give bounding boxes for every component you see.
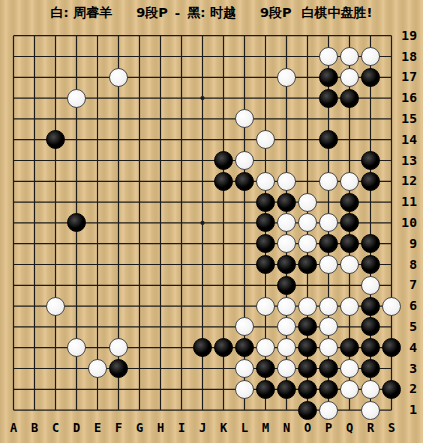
intersection[interactable] <box>339 212 360 233</box>
intersection[interactable] <box>276 379 297 400</box>
intersection[interactable] <box>129 192 150 213</box>
intersection[interactable] <box>150 129 171 150</box>
intersection[interactable] <box>45 67 66 88</box>
intersection[interactable] <box>192 337 213 358</box>
intersection[interactable] <box>360 129 381 150</box>
intersection[interactable] <box>87 212 108 233</box>
intersection[interactable] <box>213 46 234 67</box>
intersection[interactable] <box>171 171 192 192</box>
intersection[interactable] <box>87 400 108 421</box>
intersection[interactable] <box>45 233 66 254</box>
intersection[interactable] <box>150 316 171 337</box>
intersection[interactable] <box>276 129 297 150</box>
intersection[interactable] <box>66 358 87 379</box>
intersection[interactable] <box>276 400 297 421</box>
intersection[interactable] <box>87 254 108 275</box>
intersection[interactable] <box>339 233 360 254</box>
intersection[interactable] <box>276 358 297 379</box>
intersection[interactable] <box>276 150 297 171</box>
intersection[interactable] <box>150 192 171 213</box>
intersection[interactable] <box>3 379 24 400</box>
intersection[interactable] <box>24 316 45 337</box>
intersection[interactable] <box>234 171 255 192</box>
intersection[interactable] <box>45 25 66 46</box>
intersection[interactable] <box>3 46 24 67</box>
intersection[interactable] <box>150 358 171 379</box>
intersection[interactable] <box>171 192 192 213</box>
intersection[interactable] <box>339 129 360 150</box>
intersection[interactable] <box>129 296 150 317</box>
intersection[interactable] <box>108 25 129 46</box>
intersection[interactable] <box>297 275 318 296</box>
intersection[interactable] <box>150 67 171 88</box>
intersection[interactable] <box>3 67 24 88</box>
intersection[interactable] <box>255 358 276 379</box>
intersection[interactable] <box>318 212 339 233</box>
intersection[interactable] <box>339 275 360 296</box>
intersection[interactable] <box>213 129 234 150</box>
intersection[interactable] <box>171 233 192 254</box>
intersection[interactable] <box>360 337 381 358</box>
intersection[interactable] <box>171 46 192 67</box>
intersection[interactable] <box>24 400 45 421</box>
intersection[interactable] <box>255 88 276 109</box>
intersection[interactable] <box>171 212 192 233</box>
intersection[interactable] <box>276 254 297 275</box>
intersection[interactable] <box>318 296 339 317</box>
intersection[interactable] <box>150 88 171 109</box>
intersection[interactable] <box>276 316 297 337</box>
intersection[interactable] <box>255 25 276 46</box>
intersection[interactable] <box>255 379 276 400</box>
intersection[interactable] <box>87 150 108 171</box>
intersection[interactable] <box>234 108 255 129</box>
intersection[interactable] <box>276 171 297 192</box>
intersection[interactable] <box>360 379 381 400</box>
intersection[interactable] <box>108 171 129 192</box>
intersection[interactable] <box>129 316 150 337</box>
intersection[interactable] <box>318 358 339 379</box>
intersection[interactable] <box>192 358 213 379</box>
intersection[interactable] <box>255 108 276 129</box>
intersection[interactable] <box>234 316 255 337</box>
intersection[interactable] <box>87 192 108 213</box>
intersection[interactable] <box>297 150 318 171</box>
intersection[interactable] <box>234 46 255 67</box>
intersection[interactable] <box>213 254 234 275</box>
intersection[interactable] <box>192 46 213 67</box>
intersection[interactable] <box>213 67 234 88</box>
intersection[interactable] <box>45 358 66 379</box>
intersection[interactable] <box>45 212 66 233</box>
intersection[interactable] <box>255 150 276 171</box>
intersection[interactable] <box>45 316 66 337</box>
intersection[interactable] <box>171 108 192 129</box>
intersection[interactable] <box>360 88 381 109</box>
intersection[interactable] <box>45 108 66 129</box>
intersection[interactable] <box>255 192 276 213</box>
intersection[interactable] <box>213 400 234 421</box>
intersection[interactable] <box>171 25 192 46</box>
intersection[interactable] <box>66 254 87 275</box>
intersection[interactable] <box>297 379 318 400</box>
intersection[interactable] <box>213 379 234 400</box>
intersection[interactable] <box>150 337 171 358</box>
intersection[interactable] <box>255 129 276 150</box>
intersection[interactable] <box>297 400 318 421</box>
intersection[interactable] <box>108 337 129 358</box>
intersection[interactable] <box>297 67 318 88</box>
intersection[interactable] <box>3 296 24 317</box>
intersection[interactable] <box>213 296 234 317</box>
intersection[interactable] <box>24 108 45 129</box>
intersection[interactable] <box>255 254 276 275</box>
intersection[interactable] <box>66 379 87 400</box>
intersection[interactable] <box>234 379 255 400</box>
intersection[interactable] <box>318 150 339 171</box>
intersection[interactable] <box>108 296 129 317</box>
intersection[interactable] <box>108 88 129 109</box>
intersection[interactable] <box>213 275 234 296</box>
intersection[interactable] <box>192 150 213 171</box>
intersection[interactable] <box>3 400 24 421</box>
intersection[interactable] <box>24 296 45 317</box>
intersection[interactable] <box>255 400 276 421</box>
intersection[interactable] <box>87 108 108 129</box>
intersection[interactable] <box>318 25 339 46</box>
intersection[interactable] <box>3 275 24 296</box>
intersection[interactable] <box>87 296 108 317</box>
intersection[interactable] <box>192 316 213 337</box>
intersection[interactable] <box>360 150 381 171</box>
intersection[interactable] <box>318 254 339 275</box>
intersection[interactable] <box>213 358 234 379</box>
intersection[interactable] <box>45 46 66 67</box>
intersection[interactable] <box>3 171 24 192</box>
intersection[interactable] <box>297 88 318 109</box>
intersection[interactable] <box>129 212 150 233</box>
intersection[interactable] <box>360 254 381 275</box>
intersection[interactable] <box>276 192 297 213</box>
intersection[interactable] <box>24 379 45 400</box>
intersection[interactable] <box>297 296 318 317</box>
intersection[interactable] <box>171 358 192 379</box>
intersection[interactable] <box>360 316 381 337</box>
intersection[interactable] <box>45 337 66 358</box>
intersection[interactable] <box>150 150 171 171</box>
intersection[interactable] <box>297 46 318 67</box>
intersection[interactable] <box>339 379 360 400</box>
intersection[interactable] <box>276 337 297 358</box>
intersection[interactable] <box>276 25 297 46</box>
intersection[interactable] <box>66 400 87 421</box>
intersection[interactable] <box>108 316 129 337</box>
intersection[interactable] <box>318 275 339 296</box>
intersection[interactable] <box>171 150 192 171</box>
intersection[interactable] <box>24 88 45 109</box>
intersection[interactable] <box>129 150 150 171</box>
intersection[interactable] <box>192 296 213 317</box>
intersection[interactable] <box>360 46 381 67</box>
intersection[interactable] <box>360 296 381 317</box>
intersection[interactable] <box>318 400 339 421</box>
intersection[interactable] <box>66 192 87 213</box>
intersection[interactable] <box>150 296 171 317</box>
intersection[interactable] <box>297 337 318 358</box>
intersection[interactable] <box>150 46 171 67</box>
intersection[interactable] <box>66 296 87 317</box>
intersection[interactable] <box>3 192 24 213</box>
intersection[interactable] <box>213 25 234 46</box>
intersection[interactable] <box>192 212 213 233</box>
intersection[interactable] <box>276 46 297 67</box>
intersection[interactable] <box>66 275 87 296</box>
intersection[interactable] <box>108 254 129 275</box>
intersection[interactable] <box>87 337 108 358</box>
intersection[interactable] <box>171 296 192 317</box>
intersection[interactable] <box>192 379 213 400</box>
intersection[interactable] <box>45 275 66 296</box>
intersection[interactable] <box>339 67 360 88</box>
intersection[interactable] <box>24 171 45 192</box>
intersection[interactable] <box>318 46 339 67</box>
intersection[interactable] <box>339 46 360 67</box>
intersection[interactable] <box>213 108 234 129</box>
intersection[interactable] <box>192 233 213 254</box>
intersection[interactable] <box>24 192 45 213</box>
intersection[interactable] <box>171 316 192 337</box>
intersection[interactable] <box>318 108 339 129</box>
intersection[interactable] <box>3 212 24 233</box>
intersection[interactable] <box>66 150 87 171</box>
intersection[interactable] <box>339 150 360 171</box>
intersection[interactable] <box>108 379 129 400</box>
intersection[interactable] <box>339 25 360 46</box>
intersection[interactable] <box>45 129 66 150</box>
intersection[interactable] <box>234 67 255 88</box>
intersection[interactable] <box>192 129 213 150</box>
intersection[interactable] <box>276 88 297 109</box>
intersection[interactable] <box>360 233 381 254</box>
intersection[interactable] <box>24 46 45 67</box>
intersection[interactable] <box>66 316 87 337</box>
intersection[interactable] <box>66 25 87 46</box>
intersection[interactable] <box>3 316 24 337</box>
intersection[interactable] <box>3 129 24 150</box>
intersection[interactable] <box>129 275 150 296</box>
intersection[interactable] <box>360 108 381 129</box>
intersection[interactable] <box>276 296 297 317</box>
intersection[interactable] <box>24 275 45 296</box>
intersection[interactable] <box>339 400 360 421</box>
intersection[interactable] <box>45 254 66 275</box>
intersection[interactable] <box>255 296 276 317</box>
intersection[interactable] <box>192 108 213 129</box>
intersection[interactable] <box>129 46 150 67</box>
intersection[interactable] <box>339 192 360 213</box>
intersection[interactable] <box>87 233 108 254</box>
intersection[interactable] <box>360 171 381 192</box>
intersection[interactable] <box>108 233 129 254</box>
intersection[interactable] <box>360 400 381 421</box>
intersection[interactable] <box>66 337 87 358</box>
intersection[interactable] <box>192 67 213 88</box>
intersection[interactable] <box>255 171 276 192</box>
intersection[interactable] <box>339 358 360 379</box>
intersection[interactable] <box>213 212 234 233</box>
intersection[interactable] <box>87 46 108 67</box>
intersection[interactable] <box>339 337 360 358</box>
intersection[interactable] <box>297 171 318 192</box>
intersection[interactable] <box>108 129 129 150</box>
intersection[interactable] <box>213 233 234 254</box>
intersection[interactable] <box>255 275 276 296</box>
intersection[interactable] <box>192 400 213 421</box>
intersection[interactable] <box>150 233 171 254</box>
intersection[interactable] <box>192 192 213 213</box>
intersection[interactable] <box>24 254 45 275</box>
intersection[interactable] <box>360 25 381 46</box>
intersection[interactable] <box>297 233 318 254</box>
intersection[interactable] <box>318 171 339 192</box>
intersection[interactable] <box>3 233 24 254</box>
intersection[interactable] <box>3 254 24 275</box>
intersection[interactable] <box>150 400 171 421</box>
intersection[interactable] <box>66 46 87 67</box>
intersection[interactable] <box>129 379 150 400</box>
intersection[interactable] <box>276 67 297 88</box>
intersection[interactable] <box>150 254 171 275</box>
intersection[interactable] <box>318 337 339 358</box>
intersection[interactable] <box>45 192 66 213</box>
intersection[interactable] <box>45 150 66 171</box>
intersection[interactable] <box>87 275 108 296</box>
intersection[interactable] <box>318 316 339 337</box>
intersection[interactable] <box>192 275 213 296</box>
intersection[interactable] <box>66 108 87 129</box>
intersection[interactable] <box>234 358 255 379</box>
intersection[interactable] <box>213 171 234 192</box>
intersection[interactable] <box>339 108 360 129</box>
intersection[interactable] <box>318 88 339 109</box>
intersection[interactable] <box>171 88 192 109</box>
intersection[interactable] <box>45 296 66 317</box>
intersection[interactable] <box>24 233 45 254</box>
intersection[interactable] <box>360 212 381 233</box>
intersection[interactable] <box>171 379 192 400</box>
intersection[interactable] <box>297 192 318 213</box>
intersection[interactable] <box>297 129 318 150</box>
intersection[interactable] <box>234 25 255 46</box>
intersection[interactable] <box>129 233 150 254</box>
intersection[interactable] <box>66 129 87 150</box>
intersection[interactable] <box>150 275 171 296</box>
intersection[interactable] <box>150 108 171 129</box>
intersection[interactable] <box>255 46 276 67</box>
intersection[interactable] <box>339 254 360 275</box>
intersection[interactable] <box>234 337 255 358</box>
intersection[interactable] <box>129 254 150 275</box>
intersection[interactable] <box>129 108 150 129</box>
intersection[interactable] <box>171 400 192 421</box>
intersection[interactable] <box>129 400 150 421</box>
intersection[interactable] <box>255 337 276 358</box>
intersection[interactable] <box>150 25 171 46</box>
intersection[interactable] <box>129 67 150 88</box>
intersection[interactable] <box>45 171 66 192</box>
intersection[interactable] <box>108 192 129 213</box>
intersection[interactable] <box>3 337 24 358</box>
intersection[interactable] <box>297 108 318 129</box>
intersection[interactable] <box>24 337 45 358</box>
intersection[interactable] <box>87 379 108 400</box>
intersection[interactable] <box>297 25 318 46</box>
intersection[interactable] <box>129 88 150 109</box>
intersection[interactable] <box>234 192 255 213</box>
intersection[interactable] <box>24 129 45 150</box>
intersection[interactable] <box>108 150 129 171</box>
intersection[interactable] <box>66 233 87 254</box>
intersection[interactable] <box>24 212 45 233</box>
intersection[interactable] <box>276 275 297 296</box>
intersection[interactable] <box>3 150 24 171</box>
intersection[interactable] <box>234 88 255 109</box>
intersection[interactable] <box>171 254 192 275</box>
intersection[interactable] <box>255 233 276 254</box>
intersection[interactable] <box>276 108 297 129</box>
intersection[interactable] <box>234 400 255 421</box>
intersection[interactable] <box>360 67 381 88</box>
intersection[interactable] <box>297 358 318 379</box>
intersection[interactable] <box>66 67 87 88</box>
intersection[interactable] <box>108 275 129 296</box>
intersection[interactable] <box>297 316 318 337</box>
intersection[interactable] <box>3 25 24 46</box>
intersection[interactable] <box>45 379 66 400</box>
intersection[interactable] <box>87 88 108 109</box>
intersection[interactable] <box>276 212 297 233</box>
intersection[interactable] <box>87 316 108 337</box>
intersection[interactable] <box>318 192 339 213</box>
intersection[interactable] <box>276 233 297 254</box>
intersection[interactable] <box>3 358 24 379</box>
intersection[interactable] <box>108 108 129 129</box>
intersection[interactable] <box>129 337 150 358</box>
intersection[interactable] <box>297 254 318 275</box>
intersection[interactable] <box>108 67 129 88</box>
intersection[interactable] <box>360 358 381 379</box>
intersection[interactable] <box>234 212 255 233</box>
intersection[interactable] <box>213 88 234 109</box>
intersection[interactable] <box>66 212 87 233</box>
intersection[interactable] <box>234 150 255 171</box>
intersection[interactable] <box>129 171 150 192</box>
intersection[interactable] <box>66 171 87 192</box>
intersection[interactable] <box>318 67 339 88</box>
intersection[interactable] <box>45 88 66 109</box>
intersection[interactable] <box>192 25 213 46</box>
intersection[interactable] <box>234 275 255 296</box>
intersection[interactable] <box>360 275 381 296</box>
intersection[interactable] <box>234 129 255 150</box>
intersection[interactable] <box>213 316 234 337</box>
intersection[interactable] <box>150 212 171 233</box>
intersection[interactable] <box>87 25 108 46</box>
intersection[interactable] <box>87 67 108 88</box>
intersection[interactable] <box>129 25 150 46</box>
intersection[interactable] <box>171 275 192 296</box>
intersection[interactable] <box>255 212 276 233</box>
